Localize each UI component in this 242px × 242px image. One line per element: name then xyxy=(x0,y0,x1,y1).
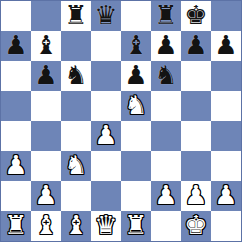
piece-black-king[interactable]: ♚ xyxy=(184,1,207,30)
piece-white-rook[interactable]: ♜ xyxy=(4,211,27,240)
piece-black-rook[interactable]: ♜ xyxy=(154,1,177,30)
square-c1[interactable]: ♝ xyxy=(61,211,91,241)
square-h5[interactable] xyxy=(211,91,241,121)
square-h8[interactable] xyxy=(211,1,241,31)
square-a6[interactable] xyxy=(1,61,31,91)
square-f4[interactable] xyxy=(151,121,181,151)
piece-white-pawn[interactable]: ♟ xyxy=(154,181,177,210)
square-d2[interactable] xyxy=(91,181,121,211)
square-e1[interactable]: ♜ xyxy=(121,211,151,241)
piece-black-pawn[interactable]: ♟ xyxy=(214,31,237,60)
piece-black-pawn[interactable]: ♟ xyxy=(154,31,177,60)
square-a5[interactable] xyxy=(1,91,31,121)
piece-black-pawn[interactable]: ♟ xyxy=(34,61,57,90)
square-g8[interactable]: ♚ xyxy=(181,1,211,31)
square-f1[interactable] xyxy=(151,211,181,241)
square-d1[interactable]: ♛ xyxy=(91,211,121,241)
piece-black-rook[interactable]: ♜ xyxy=(64,1,87,30)
square-a7[interactable]: ♟ xyxy=(1,31,31,61)
square-b6[interactable]: ♟ xyxy=(31,61,61,91)
piece-black-pawn[interactable]: ♟ xyxy=(184,31,207,60)
square-b7[interactable]: ♝ xyxy=(31,31,61,61)
square-e2[interactable] xyxy=(121,181,151,211)
square-g6[interactable] xyxy=(181,61,211,91)
square-a3[interactable]: ♟ xyxy=(1,151,31,181)
square-c7[interactable] xyxy=(61,31,91,61)
square-d7[interactable] xyxy=(91,31,121,61)
square-h6[interactable] xyxy=(211,61,241,91)
chess-board: ♜♛♜♚♟♝♝♟♟♟♟♞♟♞♞♟♟♞♟♟♟♟♜♝♝♛♜♚ xyxy=(0,0,242,242)
square-g5[interactable] xyxy=(181,91,211,121)
square-f2[interactable]: ♟ xyxy=(151,181,181,211)
piece-black-pawn[interactable]: ♟ xyxy=(124,61,147,90)
square-e5[interactable]: ♞ xyxy=(121,91,151,121)
square-f8[interactable]: ♜ xyxy=(151,1,181,31)
piece-black-queen[interactable]: ♛ xyxy=(94,1,117,30)
piece-white-knight[interactable]: ♞ xyxy=(64,151,87,180)
square-e6[interactable]: ♟ xyxy=(121,61,151,91)
square-d5[interactable] xyxy=(91,91,121,121)
piece-white-king[interactable]: ♚ xyxy=(184,211,207,240)
square-f6[interactable]: ♞ xyxy=(151,61,181,91)
piece-black-pawn[interactable]: ♟ xyxy=(4,31,27,60)
square-e7[interactable]: ♝ xyxy=(121,31,151,61)
square-c3[interactable]: ♞ xyxy=(61,151,91,181)
piece-black-knight[interactable]: ♞ xyxy=(64,61,87,90)
piece-white-pawn[interactable]: ♟ xyxy=(4,151,27,180)
square-b8[interactable] xyxy=(31,1,61,31)
square-b3[interactable] xyxy=(31,151,61,181)
piece-white-bishop[interactable]: ♝ xyxy=(64,211,87,240)
piece-white-pawn[interactable]: ♟ xyxy=(94,121,117,150)
square-h1[interactable] xyxy=(211,211,241,241)
square-c2[interactable] xyxy=(61,181,91,211)
square-a1[interactable]: ♜ xyxy=(1,211,31,241)
square-e8[interactable] xyxy=(121,1,151,31)
square-d6[interactable] xyxy=(91,61,121,91)
square-h4[interactable] xyxy=(211,121,241,151)
square-c5[interactable] xyxy=(61,91,91,121)
piece-white-bishop[interactable]: ♝ xyxy=(34,211,57,240)
square-b2[interactable]: ♟ xyxy=(31,181,61,211)
square-a8[interactable] xyxy=(1,1,31,31)
square-g2[interactable]: ♟ xyxy=(181,181,211,211)
square-h2[interactable]: ♟ xyxy=(211,181,241,211)
piece-white-pawn[interactable]: ♟ xyxy=(214,181,237,210)
piece-white-rook[interactable]: ♜ xyxy=(124,211,147,240)
square-b4[interactable] xyxy=(31,121,61,151)
square-e3[interactable] xyxy=(121,151,151,181)
square-h7[interactable]: ♟ xyxy=(211,31,241,61)
square-d3[interactable] xyxy=(91,151,121,181)
piece-white-queen[interactable]: ♛ xyxy=(94,211,117,240)
square-b1[interactable]: ♝ xyxy=(31,211,61,241)
square-e4[interactable] xyxy=(121,121,151,151)
square-h3[interactable] xyxy=(211,151,241,181)
square-f5[interactable] xyxy=(151,91,181,121)
square-g7[interactable]: ♟ xyxy=(181,31,211,61)
square-a2[interactable] xyxy=(1,181,31,211)
square-f7[interactable]: ♟ xyxy=(151,31,181,61)
square-g1[interactable]: ♚ xyxy=(181,211,211,241)
piece-white-knight[interactable]: ♞ xyxy=(124,91,147,120)
square-a4[interactable] xyxy=(1,121,31,151)
piece-white-pawn[interactable]: ♟ xyxy=(34,181,57,210)
square-c8[interactable]: ♜ xyxy=(61,1,91,31)
square-b5[interactable] xyxy=(31,91,61,121)
piece-black-bishop[interactable]: ♝ xyxy=(124,31,147,60)
square-g4[interactable] xyxy=(181,121,211,151)
piece-black-bishop[interactable]: ♝ xyxy=(34,31,57,60)
square-d8[interactable]: ♛ xyxy=(91,1,121,31)
square-c4[interactable] xyxy=(61,121,91,151)
square-c6[interactable]: ♞ xyxy=(61,61,91,91)
square-g3[interactable] xyxy=(181,151,211,181)
square-d4[interactable]: ♟ xyxy=(91,121,121,151)
piece-black-knight[interactable]: ♞ xyxy=(154,61,177,90)
square-f3[interactable] xyxy=(151,151,181,181)
piece-white-pawn[interactable]: ♟ xyxy=(184,181,207,210)
